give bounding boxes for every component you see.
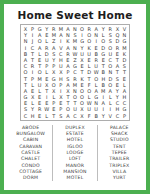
word-list-item[interactable]: MOTEL	[53, 175, 96, 181]
word-column: ABODEBUNGALOWCABINCARAVANCASTLECHALETCON…	[9, 125, 52, 182]
grid-cell[interactable]: S	[57, 113, 64, 119]
word-column: PALACESHACKSTUDIOTENTTEPEETRAILERTRIPLEX…	[97, 125, 141, 182]
grid-cell[interactable]: A	[64, 113, 71, 119]
grid-cell[interactable]: C	[22, 113, 29, 119]
grid-cell[interactable]: C	[71, 113, 78, 119]
grid-cell[interactable]: C	[114, 113, 121, 119]
grid-cell[interactable]: V	[107, 113, 114, 119]
letter-grid: XPGYRMANORAYRXVYIAEMANSIONLSQNNJOLZIKMGO…	[22, 26, 128, 119]
grid-cell[interactable]: B	[93, 113, 100, 119]
grid-frame: XPGYRMANORAYRXVYIAEMANSIONLSQNNJOLZIKMGO…	[20, 24, 130, 121]
word-list: ABODEBUNGALOWCABINCARAVANCASTLECHALETCON…	[4, 125, 146, 182]
grid-cell[interactable]: X	[79, 113, 86, 119]
word-column: DUPLEXESTATEHOTELIGLOOLODGELOFTMANORMANS…	[52, 125, 96, 182]
puzzle-title: Home Sweet Home	[4, 9, 146, 21]
grid-cell[interactable]: P	[121, 113, 128, 119]
puzzle-page: Home Sweet Home XPGYRMANORAYRXVYIAEMANSI…	[0, 0, 150, 194]
grid-cell[interactable]: H	[29, 113, 36, 119]
grid-cell[interactable]: F	[86, 113, 93, 119]
word-list-item[interactable]: YURT	[98, 175, 141, 181]
grid-cell[interactable]: L	[43, 113, 50, 119]
grid-cell[interactable]: T	[50, 113, 57, 119]
word-list-item[interactable]: DORM	[9, 175, 52, 181]
grid-cell[interactable]: E	[36, 113, 43, 119]
grid-cell[interactable]: Y	[100, 113, 107, 119]
